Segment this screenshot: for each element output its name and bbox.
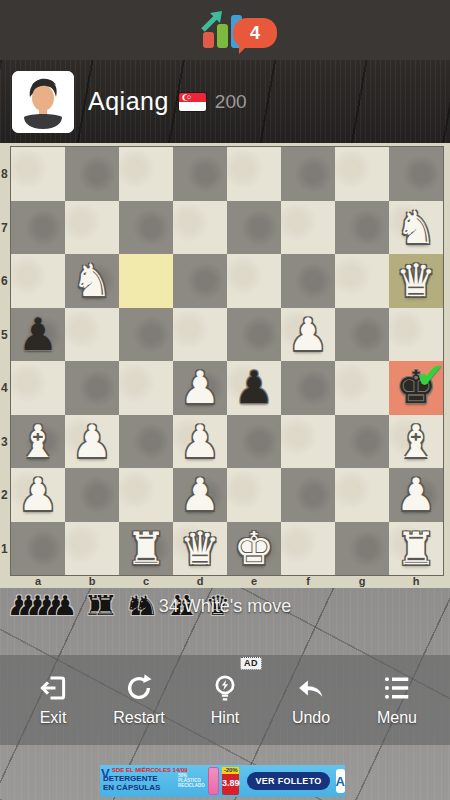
- player-name: Aqiang: [88, 87, 169, 116]
- white-king-e1: ♚: [227, 522, 281, 576]
- exit-label: Exit: [40, 709, 67, 727]
- square-d6[interactable]: [173, 254, 227, 308]
- restart-button[interactable]: Restart: [100, 655, 178, 745]
- square-b6[interactable]: ♞: [65, 254, 119, 308]
- white-pawn-a2: ♟: [11, 468, 65, 522]
- ad-product-image: [209, 768, 218, 794]
- white-bishop-h3: ♝: [389, 415, 443, 469]
- rank-labels: 87654321: [0, 147, 11, 575]
- white-pawn-d3: ♟: [173, 415, 227, 469]
- file-label-h: h: [389, 575, 443, 588]
- white-pawn-d4: ♟: [173, 361, 227, 415]
- square-d1[interactable]: ♛: [173, 522, 227, 576]
- board-grid: ♞♞♛♟♟♟♟♚✔♝♟♟♝♟♟♟♜♛♚♜: [11, 147, 443, 575]
- restart-label: Restart: [113, 709, 165, 727]
- square-d7[interactable]: [173, 201, 227, 255]
- square-c8[interactable]: [119, 147, 173, 201]
- square-d2[interactable]: ♟: [173, 468, 227, 522]
- square-d5[interactable]: [173, 308, 227, 362]
- square-c1[interactable]: ♜: [119, 522, 173, 576]
- square-g1[interactable]: [335, 522, 389, 576]
- square-h7[interactable]: ♞: [389, 201, 443, 255]
- square-b5[interactable]: [65, 308, 119, 362]
- square-f7[interactable]: [281, 201, 335, 255]
- square-c5[interactable]: [119, 308, 173, 362]
- menu-button[interactable]: Menu: [358, 655, 436, 745]
- exit-button[interactable]: Exit: [14, 655, 92, 745]
- hint-ad-badge: AD: [240, 657, 262, 670]
- square-e4[interactable]: ♟: [227, 361, 281, 415]
- square-a8[interactable]: [11, 147, 65, 201]
- white-knight-b6: ♞: [65, 254, 119, 308]
- square-c4[interactable]: [119, 361, 173, 415]
- square-b8[interactable]: [65, 147, 119, 201]
- square-d8[interactable]: [173, 147, 227, 201]
- ad-price-tag: -20% 3.89: [222, 767, 240, 795]
- square-b3[interactable]: ♟: [65, 415, 119, 469]
- chess-board: ♞♞♛♟♟♟♟♚✔♝♟♟♝♟♟♟♜♛♚♜: [0, 143, 450, 588]
- exit-icon: [38, 673, 68, 703]
- move-status-label: 34.White's move: [0, 596, 450, 617]
- square-h4[interactable]: ♚✔: [389, 361, 443, 415]
- ad-text-block: V SDE EL MIÉRCOLES 14/09 DETERGENTE EN C…: [100, 765, 178, 797]
- square-e2[interactable]: [227, 468, 281, 522]
- undo-icon: [296, 673, 326, 703]
- trend-arrow-icon: [200, 10, 226, 36]
- undo-label: Undo: [292, 709, 330, 727]
- rank-label-8: 8: [1, 167, 11, 181]
- rank-label-1: 1: [1, 542, 11, 556]
- square-d4[interactable]: ♟: [173, 361, 227, 415]
- hint-lightbulb-icon: [210, 673, 240, 703]
- square-e8[interactable]: [227, 147, 281, 201]
- square-a7[interactable]: [11, 201, 65, 255]
- white-pawn-b3: ♟: [65, 415, 119, 469]
- square-e7[interactable]: [227, 201, 281, 255]
- square-b7[interactable]: [65, 201, 119, 255]
- square-e1[interactable]: ♚: [227, 522, 281, 576]
- restart-icon: [124, 673, 154, 703]
- notification-badge[interactable]: 4: [233, 18, 277, 48]
- undo-button[interactable]: Undo: [272, 655, 350, 745]
- square-g4[interactable]: [335, 361, 389, 415]
- black-pawn-a5: ♟: [11, 308, 65, 362]
- square-h5[interactable]: [389, 308, 443, 362]
- rank-label-7: 7: [1, 221, 11, 235]
- square-f2[interactable]: [281, 468, 335, 522]
- ad-brand-logo: A: [336, 769, 345, 793]
- menu-icon: [382, 673, 412, 703]
- file-labels: abcdefgh: [11, 575, 443, 588]
- square-e6[interactable]: [227, 254, 281, 308]
- rank-label-2: 2: [1, 488, 11, 502]
- square-f1[interactable]: [281, 522, 335, 576]
- ad-banner[interactable]: V SDE EL MIÉRCOLES 14/09 DETERGENTE EN C…: [100, 765, 345, 797]
- white-pawn-f5: ♟: [281, 308, 335, 362]
- white-pawn-d2: ♟: [173, 468, 227, 522]
- square-d3[interactable]: ♟: [173, 415, 227, 469]
- player-rating: 200: [215, 91, 247, 113]
- square-e3[interactable]: [227, 415, 281, 469]
- file-label-e: e: [227, 575, 281, 588]
- square-a5[interactable]: ♟: [11, 308, 65, 362]
- square-b1[interactable]: [65, 522, 119, 576]
- square-f5[interactable]: ♟: [281, 308, 335, 362]
- file-label-f: f: [281, 575, 335, 588]
- square-a2[interactable]: ♟: [11, 468, 65, 522]
- square-h8[interactable]: [389, 147, 443, 201]
- status-bar: 4: [0, 0, 450, 60]
- singapore-flag-icon: [179, 93, 206, 111]
- white-pawn-h2: ♟: [389, 468, 443, 522]
- square-h1[interactable]: ♜: [389, 522, 443, 576]
- square-c2[interactable]: [119, 468, 173, 522]
- square-g5[interactable]: [335, 308, 389, 362]
- white-queen-h6: ♛: [389, 254, 443, 308]
- ad-date: SDE EL MIÉRCOLES 14/09: [112, 767, 178, 773]
- ad-title: DETERGENTE EN CÁPSULAS: [103, 775, 178, 792]
- square-a4[interactable]: [11, 361, 65, 415]
- square-c3[interactable]: [119, 415, 173, 469]
- rank-label-6: 6: [1, 274, 11, 288]
- square-f6[interactable]: [281, 254, 335, 308]
- square-a1[interactable]: [11, 522, 65, 576]
- stats-chart-icon[interactable]: 4: [202, 10, 248, 50]
- bottom-toolbar: Exit Restart AD Hint Undo Menu: [0, 655, 450, 745]
- square-g2[interactable]: [335, 468, 389, 522]
- hint-label: Hint: [211, 709, 239, 727]
- file-label-b: b: [65, 575, 119, 588]
- file-label-a: a: [11, 575, 65, 588]
- hint-button[interactable]: AD Hint: [186, 655, 264, 745]
- square-g3[interactable]: [335, 415, 389, 469]
- white-rook-h1: ♜: [389, 522, 443, 576]
- square-c6[interactable]: [119, 254, 173, 308]
- file-label-g: g: [335, 575, 389, 588]
- ad-cta-button[interactable]: VER FOLLETO: [247, 772, 329, 790]
- ad-amount: 3.89: [222, 774, 240, 792]
- rank-label-5: 5: [1, 328, 11, 342]
- black-pawn-e4: ♟: [227, 361, 281, 415]
- rank-label-3: 3: [1, 435, 11, 449]
- square-e5[interactable]: [227, 308, 281, 362]
- square-f3[interactable]: [281, 415, 335, 469]
- square-g7[interactable]: [335, 201, 389, 255]
- square-f4[interactable]: [281, 361, 335, 415]
- square-h3[interactable]: ♝: [389, 415, 443, 469]
- square-a6[interactable]: [11, 254, 65, 308]
- square-g8[interactable]: [335, 147, 389, 201]
- white-bishop-a3: ♝: [11, 415, 65, 469]
- ad-logo-v: V: [101, 766, 110, 781]
- rank-label-4: 4: [1, 381, 11, 395]
- file-label-c: c: [119, 575, 173, 588]
- square-h2[interactable]: ♟: [389, 468, 443, 522]
- player-bar: Aqiang 200: [0, 60, 450, 143]
- checkmark-icon: ✔: [416, 359, 444, 392]
- ad-discount: -20%: [222, 767, 240, 774]
- menu-label: Menu: [377, 709, 417, 727]
- white-knight-h7: ♞: [389, 201, 443, 255]
- square-f8[interactable]: [281, 147, 335, 201]
- square-a3[interactable]: ♝: [11, 415, 65, 469]
- avatar[interactable]: [12, 71, 74, 133]
- square-c7[interactable]: [119, 201, 173, 255]
- square-b2[interactable]: [65, 468, 119, 522]
- file-label-d: d: [173, 575, 227, 588]
- white-rook-c1: ♜: [119, 522, 173, 576]
- square-g6[interactable]: [335, 254, 389, 308]
- square-h6[interactable]: ♛: [389, 254, 443, 308]
- white-queen-d1: ♛: [173, 522, 227, 576]
- square-b4[interactable]: [65, 361, 119, 415]
